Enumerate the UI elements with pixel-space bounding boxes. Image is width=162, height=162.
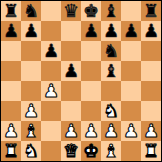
- square-e4[interactable]: [81, 81, 101, 101]
- piece-black-pawn[interactable]: ♟: [43, 41, 59, 61]
- piece-black-bishop[interactable]: ♝: [103, 61, 119, 81]
- square-g1[interactable]: [121, 141, 141, 161]
- piece-black-pawn[interactable]: ♟: [63, 61, 79, 81]
- piece-black-pawn[interactable]: ♟: [103, 21, 119, 41]
- square-d2[interactable]: ♟: [61, 121, 81, 141]
- square-h7[interactable]: ♟: [141, 21, 161, 41]
- square-e1[interactable]: ♚: [81, 141, 101, 161]
- square-g3[interactable]: [121, 101, 141, 121]
- square-h1[interactable]: ♜: [141, 141, 161, 161]
- square-b4[interactable]: [21, 81, 41, 101]
- piece-white-pawn[interactable]: ♟: [63, 121, 79, 141]
- piece-white-king[interactable]: ♚: [83, 141, 99, 161]
- piece-black-rook[interactable]: ♜: [3, 1, 19, 21]
- square-f8[interactable]: ♝: [101, 1, 121, 21]
- piece-black-knight[interactable]: ♞: [23, 1, 39, 21]
- square-h4[interactable]: [141, 81, 161, 101]
- square-f1[interactable]: ♝: [101, 141, 121, 161]
- piece-white-pawn[interactable]: ♟: [43, 81, 59, 101]
- square-b2[interactable]: ♝: [21, 121, 41, 141]
- square-c6[interactable]: ♟: [41, 41, 61, 61]
- piece-black-pawn[interactable]: ♟: [83, 21, 99, 41]
- square-d6[interactable]: [61, 41, 81, 61]
- square-g4[interactable]: [121, 81, 141, 101]
- square-b5[interactable]: [21, 61, 41, 81]
- piece-white-bishop[interactable]: ♝: [103, 141, 119, 161]
- square-g6[interactable]: [121, 41, 141, 61]
- square-c4[interactable]: ♟: [41, 81, 61, 101]
- square-h6[interactable]: [141, 41, 161, 61]
- square-h2[interactable]: ♟: [141, 121, 161, 141]
- square-e2[interactable]: ♟: [81, 121, 101, 141]
- square-d5[interactable]: ♟: [61, 61, 81, 81]
- square-f6[interactable]: ♞: [101, 41, 121, 61]
- piece-white-knight[interactable]: ♞: [23, 141, 39, 161]
- piece-black-pawn[interactable]: ♟: [3, 21, 19, 41]
- piece-white-pawn[interactable]: ♟: [123, 121, 139, 141]
- piece-black-bishop[interactable]: ♝: [103, 1, 119, 21]
- square-c2[interactable]: [41, 121, 61, 141]
- square-f5[interactable]: ♝: [101, 61, 121, 81]
- square-d8[interactable]: ♛: [61, 1, 81, 21]
- square-b3[interactable]: ♟: [21, 101, 41, 121]
- square-d7[interactable]: [61, 21, 81, 41]
- square-d1[interactable]: ♛: [61, 141, 81, 161]
- square-c7[interactable]: [41, 21, 61, 41]
- square-e8[interactable]: ♚: [81, 1, 101, 21]
- square-e7[interactable]: ♟: [81, 21, 101, 41]
- piece-black-pawn[interactable]: ♟: [123, 21, 139, 41]
- square-e3[interactable]: [81, 101, 101, 121]
- square-a7[interactable]: ♟: [1, 21, 21, 41]
- piece-white-pawn[interactable]: ♟: [3, 121, 19, 141]
- square-b8[interactable]: ♞: [21, 1, 41, 21]
- square-b1[interactable]: ♞: [21, 141, 41, 161]
- piece-white-pawn[interactable]: ♟: [23, 101, 39, 121]
- square-a5[interactable]: [1, 61, 21, 81]
- square-g7[interactable]: ♟: [121, 21, 141, 41]
- piece-white-rook[interactable]: ♜: [3, 141, 19, 161]
- square-e6[interactable]: [81, 41, 101, 61]
- square-b6[interactable]: [21, 41, 41, 61]
- chess-board-frame: ♜♞♛♚♝♜♟♟♟♟♟♟♟♞♟♝♟♟♞♟♝♟♟♟♟♟♜♞♛♚♝♜: [0, 0, 162, 162]
- square-a2[interactable]: ♟: [1, 121, 21, 141]
- square-d4[interactable]: [61, 81, 81, 101]
- piece-black-pawn[interactable]: ♟: [143, 21, 159, 41]
- square-g5[interactable]: [121, 61, 141, 81]
- square-d3[interactable]: [61, 101, 81, 121]
- piece-white-queen[interactable]: ♛: [63, 141, 79, 161]
- piece-white-pawn[interactable]: ♟: [143, 121, 159, 141]
- piece-black-king[interactable]: ♚: [83, 1, 99, 21]
- piece-black-rook[interactable]: ♜: [143, 1, 159, 21]
- square-c5[interactable]: [41, 61, 61, 81]
- square-a1[interactable]: ♜: [1, 141, 21, 161]
- square-f7[interactable]: ♟: [101, 21, 121, 41]
- square-a4[interactable]: [1, 81, 21, 101]
- piece-white-rook[interactable]: ♜: [143, 141, 159, 161]
- square-a8[interactable]: ♜: [1, 1, 21, 21]
- piece-white-knight[interactable]: ♞: [103, 101, 119, 121]
- square-f2[interactable]: ♟: [101, 121, 121, 141]
- square-h8[interactable]: ♜: [141, 1, 161, 21]
- square-h5[interactable]: [141, 61, 161, 81]
- chess-board: ♜♞♛♚♝♜♟♟♟♟♟♟♟♞♟♝♟♟♞♟♝♟♟♟♟♟♜♞♛♚♝♜: [1, 1, 161, 161]
- square-c8[interactable]: [41, 1, 61, 21]
- square-c1[interactable]: [41, 141, 61, 161]
- square-a3[interactable]: [1, 101, 21, 121]
- piece-white-bishop[interactable]: ♝: [23, 121, 39, 141]
- square-f3[interactable]: ♞: [101, 101, 121, 121]
- square-a6[interactable]: [1, 41, 21, 61]
- square-c3[interactable]: [41, 101, 61, 121]
- square-b7[interactable]: ♟: [21, 21, 41, 41]
- piece-black-queen[interactable]: ♛: [63, 1, 79, 21]
- piece-black-pawn[interactable]: ♟: [23, 21, 39, 41]
- square-g8[interactable]: [121, 1, 141, 21]
- square-h3[interactable]: [141, 101, 161, 121]
- piece-white-pawn[interactable]: ♟: [103, 121, 119, 141]
- piece-white-pawn[interactable]: ♟: [83, 121, 99, 141]
- piece-black-knight[interactable]: ♞: [103, 41, 119, 61]
- square-g2[interactable]: ♟: [121, 121, 141, 141]
- square-e5[interactable]: [81, 61, 101, 81]
- square-f4[interactable]: [101, 81, 121, 101]
